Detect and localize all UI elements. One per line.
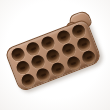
chocolate-mold (4, 18, 103, 92)
photo-background (0, 0, 110, 110)
